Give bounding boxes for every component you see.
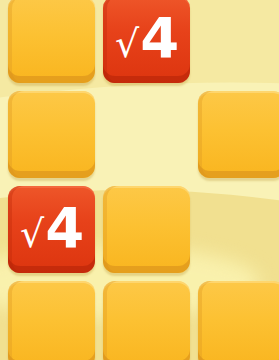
tile-blank[interactable] xyxy=(8,0,95,83)
sqrt4-label: √4 xyxy=(115,10,178,66)
radical-sign: √ xyxy=(115,25,139,63)
tile-blank[interactable] xyxy=(103,186,190,273)
cell-empty xyxy=(103,91,190,178)
tile-blank[interactable] xyxy=(198,281,279,360)
tile-blank[interactable] xyxy=(198,91,279,178)
tile-sqrt4[interactable]: √4 xyxy=(8,186,95,273)
tile-blank[interactable] xyxy=(103,281,190,360)
radicand-number: 4 xyxy=(45,200,83,256)
radical-sign: √ xyxy=(20,215,44,253)
sqrt4-label: √4 xyxy=(20,200,83,256)
board: √4√4 xyxy=(8,0,279,360)
tile-blank[interactable] xyxy=(8,281,95,360)
cell-empty xyxy=(198,0,279,83)
tile-sqrt4[interactable]: √4 xyxy=(103,0,190,83)
radicand-number: 4 xyxy=(140,10,178,66)
cell-empty xyxy=(198,186,279,273)
tile-blank[interactable] xyxy=(8,91,95,178)
game-viewport: √4√4 xyxy=(0,0,279,360)
